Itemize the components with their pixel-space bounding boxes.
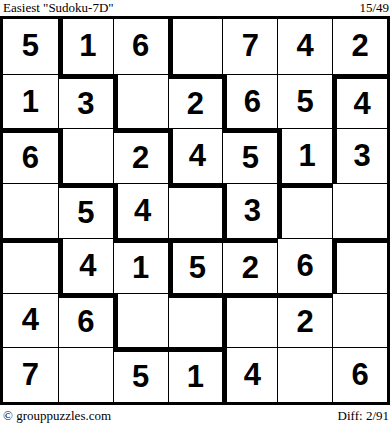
givens-counter: 15/49	[359, 0, 389, 15]
cell-r1c7: 2	[332, 19, 387, 74]
cell-r1c3: 6	[113, 19, 168, 74]
page-header: Easiest "Sudoku-7D" 15/49	[3, 0, 389, 16]
cell-r4c3: 4	[113, 183, 168, 238]
cell-r4c2: 5	[58, 183, 113, 238]
cell-r5c1[interactable]	[3, 238, 58, 293]
cell-r4c6[interactable]	[277, 183, 332, 238]
sudoku-board: 5167421326546245135434152646275146	[0, 16, 390, 405]
cell-r4c5: 3	[222, 183, 277, 238]
cell-r5c6: 6	[277, 238, 332, 293]
cell-r4c4[interactable]	[168, 183, 223, 238]
cell-r5c5: 2	[222, 238, 277, 293]
cell-r5c7[interactable]	[332, 238, 387, 293]
cell-r6c6: 2	[277, 293, 332, 348]
cell-r1c5: 7	[222, 19, 277, 74]
cell-r7c3: 5	[113, 347, 168, 402]
cell-r1c6: 4	[277, 19, 332, 74]
cell-r1c4[interactable]	[168, 19, 223, 74]
cell-r3c1: 6	[3, 128, 58, 183]
cell-r1c1: 5	[3, 19, 58, 74]
puzzle-page: Easiest "Sudoku-7D" 15/49 51674213265462…	[0, 0, 391, 426]
cell-r3c4: 4	[168, 128, 223, 183]
cell-r7c6[interactable]	[277, 347, 332, 402]
cell-r3c5: 5	[222, 128, 277, 183]
cell-r3c2[interactable]	[58, 128, 113, 183]
cell-r2c2: 3	[58, 74, 113, 129]
cell-r2c3[interactable]	[113, 74, 168, 129]
cell-r2c7: 4	[332, 74, 387, 129]
copyright-text: © grouppuzzles.com	[3, 408, 111, 424]
cell-r5c2: 4	[58, 238, 113, 293]
cell-r2c6: 5	[277, 74, 332, 129]
cell-r6c4[interactable]	[168, 293, 223, 348]
cell-r3c7: 3	[332, 128, 387, 183]
cell-r2c1: 1	[3, 74, 58, 129]
cell-r7c2[interactable]	[58, 347, 113, 402]
difficulty-text: Diff: 2/91	[338, 408, 389, 424]
cell-r4c1[interactable]	[3, 183, 58, 238]
cell-r3c3: 2	[113, 128, 168, 183]
cell-r4c7[interactable]	[332, 183, 387, 238]
cell-r6c3[interactable]	[113, 293, 168, 348]
cell-r2c4: 2	[168, 74, 223, 129]
cell-r7c1: 7	[3, 347, 58, 402]
puzzle-title: Easiest "Sudoku-7D"	[3, 0, 114, 15]
cell-r6c7[interactable]	[332, 293, 387, 348]
cell-r5c3: 1	[113, 238, 168, 293]
cell-r3c6: 1	[277, 128, 332, 183]
cell-r5c4: 5	[168, 238, 223, 293]
cell-r6c1: 4	[3, 293, 58, 348]
cell-r6c2: 6	[58, 293, 113, 348]
cell-r7c7: 6	[332, 347, 387, 402]
cell-r7c5: 4	[222, 347, 277, 402]
cell-r7c4: 1	[168, 347, 223, 402]
cell-r6c5[interactable]	[222, 293, 277, 348]
cell-r2c5: 6	[222, 74, 277, 129]
page-footer: © grouppuzzles.com Diff: 2/91	[3, 407, 389, 424]
cell-r1c2: 1	[58, 19, 113, 74]
